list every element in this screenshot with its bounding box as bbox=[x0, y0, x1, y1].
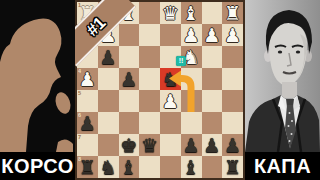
square-c5 bbox=[181, 90, 202, 112]
square-g6 bbox=[98, 112, 119, 134]
piece-wp-d5: ♟ bbox=[160, 90, 181, 112]
brilliant-move-badge: !! bbox=[176, 56, 186, 66]
video-thumbnail[interactable]: КОРСО 1♜♝♛♝♜2♟♟♟♟3♟♞4♟♟♞5♟6♟7♚♛♟♟♟8♜♞♝♝♜… bbox=[0, 0, 320, 180]
square-d5: ♟ bbox=[160, 90, 181, 112]
piece-bn-d4: ♞ bbox=[160, 68, 181, 90]
square-f3 bbox=[119, 46, 140, 68]
square-e1 bbox=[139, 2, 160, 24]
piece-bb-f8: ♝ bbox=[119, 156, 140, 178]
piece-bp-f4: ♟ bbox=[119, 68, 140, 90]
square-d8 bbox=[160, 156, 181, 178]
square-c2: ♟ bbox=[181, 24, 202, 46]
square-a8: ♜ bbox=[222, 156, 243, 178]
square-f6 bbox=[119, 112, 140, 134]
episode-number: #1 bbox=[82, 13, 110, 41]
player-name-left: КОРСО bbox=[0, 152, 75, 180]
piece-wp-c2: ♟ bbox=[181, 24, 202, 46]
square-b8 bbox=[202, 156, 223, 178]
square-f2 bbox=[119, 24, 140, 46]
square-b2: ♟ bbox=[202, 24, 223, 46]
square-b4 bbox=[202, 68, 223, 90]
square-e5 bbox=[139, 90, 160, 112]
square-c6 bbox=[181, 112, 202, 134]
square-g8: ♞ bbox=[98, 156, 119, 178]
piece-bp-a7: ♟ bbox=[222, 134, 243, 156]
square-d4: ♞ bbox=[160, 68, 181, 90]
square-h5: 5 bbox=[77, 90, 98, 112]
piece-bp-g3: ♟ bbox=[98, 46, 119, 68]
square-d2 bbox=[160, 24, 181, 46]
square-f8: ♝ bbox=[119, 156, 140, 178]
rank-label: 7 bbox=[78, 134, 81, 140]
piece-wp-b2: ♟ bbox=[202, 24, 223, 46]
square-f4: ♟ bbox=[119, 68, 140, 90]
piece-wp-h4: ♟ bbox=[77, 68, 98, 90]
player-photo bbox=[245, 0, 320, 152]
square-a7: ♟ bbox=[222, 134, 243, 156]
piece-br-a8: ♜ bbox=[222, 156, 243, 178]
square-b5 bbox=[202, 90, 223, 112]
square-h6: 6♟ bbox=[77, 112, 98, 134]
player-silhouette bbox=[0, 0, 75, 152]
square-e4 bbox=[139, 68, 160, 90]
square-e8 bbox=[139, 156, 160, 178]
square-c7: ♟ bbox=[181, 134, 202, 156]
square-e7: ♛ bbox=[139, 134, 160, 156]
square-b6 bbox=[202, 112, 223, 134]
square-g4 bbox=[98, 68, 119, 90]
square-a2: ♟ bbox=[222, 24, 243, 46]
square-a5 bbox=[222, 90, 243, 112]
piece-bq-e7: ♛ bbox=[139, 134, 160, 156]
square-g5 bbox=[98, 90, 119, 112]
square-d1: ♛ bbox=[160, 2, 181, 24]
square-g7 bbox=[98, 134, 119, 156]
piece-br-h8: ♜ bbox=[77, 156, 98, 178]
piece-bb-c8: ♝ bbox=[181, 156, 202, 178]
piece-wq-d1: ♛ bbox=[160, 2, 181, 24]
square-c8: ♝ bbox=[181, 156, 202, 178]
piece-bp-h6: ♟ bbox=[77, 112, 98, 134]
left-player-panel: КОРСО bbox=[0, 0, 75, 180]
square-e6 bbox=[139, 112, 160, 134]
player-name-right: КАПА bbox=[245, 152, 320, 180]
piece-bp-b7: ♟ bbox=[202, 134, 223, 156]
rank-label: 5 bbox=[78, 90, 81, 96]
chess-board: 1♜♝♛♝♜2♟♟♟♟3♟♞4♟♟♞5♟6♟7♚♛♟♟♟8♜♞♝♝♜ !! #1 bbox=[75, 0, 245, 180]
square-d7 bbox=[160, 134, 181, 156]
piece-wr-a1: ♜ bbox=[222, 2, 243, 24]
square-a3 bbox=[222, 46, 243, 68]
piece-bn-g8: ♞ bbox=[98, 156, 119, 178]
square-h7: 7 bbox=[77, 134, 98, 156]
square-b3 bbox=[202, 46, 223, 68]
square-a6 bbox=[222, 112, 243, 134]
piece-bk-f7: ♚ bbox=[119, 134, 140, 156]
square-c4 bbox=[181, 68, 202, 90]
square-a1: ♜ bbox=[222, 2, 243, 24]
square-e3 bbox=[139, 46, 160, 68]
square-b1 bbox=[202, 2, 223, 24]
square-f5 bbox=[119, 90, 140, 112]
square-b7: ♟ bbox=[202, 134, 223, 156]
square-f7: ♚ bbox=[119, 134, 140, 156]
piece-bp-c7: ♟ bbox=[181, 134, 202, 156]
square-e2 bbox=[139, 24, 160, 46]
right-player-panel: КАПА bbox=[245, 0, 320, 180]
square-a4 bbox=[222, 68, 243, 90]
piece-wp-a2: ♟ bbox=[222, 24, 243, 46]
square-g3: ♟ bbox=[98, 46, 119, 68]
square-d6 bbox=[160, 112, 181, 134]
piece-wb-c1: ♝ bbox=[181, 2, 202, 24]
square-h8: 8♜ bbox=[77, 156, 98, 178]
square-h4: 4♟ bbox=[77, 68, 98, 90]
square-c1: ♝ bbox=[181, 2, 202, 24]
